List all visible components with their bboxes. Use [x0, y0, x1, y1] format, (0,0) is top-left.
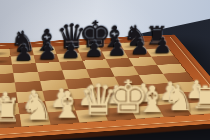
white-bishop-piece: ♝ [51, 86, 80, 123]
white-rook-piece: ♜ [0, 95, 22, 128]
square-a7[interactable]: ♟ [0, 56, 12, 65]
black-pawn-piece: ♟ [106, 37, 129, 58]
chess-board: ♜♞♝♛♚♝♞♜♟♟♟♟♟♟♟♟♟♟♟♟♟♟♟♟♜♞♝♛♚♝♞♜ [0, 34, 210, 140]
chess-set-photo: ♜♞♝♛♚♝♞♜♟♟♟♟♟♟♟♟♟♟♟♟♟♟♟♟♜♞♝♛♚♝♞♜ [0, 0, 210, 140]
black-pawn-piece: ♟ [36, 41, 60, 63]
black-pawn-piece: ♟ [83, 38, 106, 60]
black-pawn-piece: ♟ [151, 35, 174, 56]
square-h5[interactable] [157, 64, 187, 74]
square-b1[interactable]: ♞ [20, 112, 51, 126]
white-knight-piece: ♞ [22, 89, 51, 125]
square-b7[interactable]: ♟ [11, 55, 36, 64]
square-c5[interactable] [38, 70, 65, 81]
square-e7[interactable]: ♟ [79, 52, 105, 61]
black-pawn-piece: ♟ [12, 42, 36, 64]
black-pawn-piece: ♟ [128, 36, 151, 57]
board-frame: ♜♞♝♛♚♝♞♜♟♟♟♟♟♟♟♟♟♟♟♟♟♟♟♟♜♞♝♛♚♝♞♜ [0, 34, 210, 140]
black-pawn-piece: ♟ [0, 43, 12, 65]
square-a1[interactable]: ♜ [0, 114, 22, 128]
board-grid: ♜♞♝♛♚♝♞♜♟♟♟♟♟♟♟♟♟♟♟♟♟♟♟♟♜♞♝♛♚♝♞♜ [0, 41, 210, 129]
square-c7[interactable]: ♟ [34, 54, 60, 63]
square-b5[interactable] [13, 72, 40, 83]
black-pawn-piece: ♟ [59, 40, 83, 62]
square-d7[interactable]: ♟ [57, 53, 83, 62]
